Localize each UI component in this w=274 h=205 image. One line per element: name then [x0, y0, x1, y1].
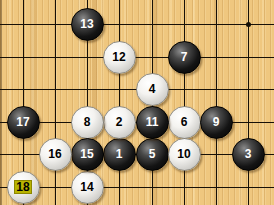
grid-vline-7: [216, 0, 217, 205]
stone-white-2[interactable]: 2: [103, 106, 136, 139]
hoshi-star-point-icon: [246, 22, 251, 27]
stone-number: 5: [149, 148, 156, 160]
grid-hline-2: [0, 57, 274, 58]
grid-vline-8: [248, 0, 249, 205]
stone-black-17[interactable]: 17: [7, 106, 40, 139]
stone-black-9[interactable]: 9: [200, 106, 233, 139]
grid-vline-6: [184, 0, 185, 205]
grid-hline-1: [0, 24, 274, 25]
grid-vline-2: [55, 0, 56, 205]
stone-black-5[interactable]: 5: [136, 138, 169, 171]
stone-number: 17: [16, 116, 29, 128]
stone-white-16[interactable]: 16: [39, 138, 72, 171]
stone-number: 8: [84, 116, 91, 128]
stone-black-7[interactable]: 7: [168, 41, 201, 74]
stone-number: 1: [116, 148, 123, 160]
stone-number: 12: [112, 51, 125, 63]
stone-white-18[interactable]: 18: [7, 171, 40, 204]
go-diagram: 123456789101112131415161718: [0, 0, 274, 205]
stone-number: 4: [149, 83, 156, 95]
stone-number: 14: [80, 181, 93, 193]
go-board[interactable]: 123456789101112131415161718: [0, 0, 274, 205]
stone-white-4[interactable]: 4: [136, 73, 169, 106]
stone-number: 7: [181, 51, 188, 63]
stone-number: 2: [116, 116, 123, 128]
stone-black-11[interactable]: 11: [136, 106, 169, 139]
stone-white-14[interactable]: 14: [71, 171, 104, 204]
stone-number: 9: [213, 116, 220, 128]
grid-vline-4: [119, 0, 120, 205]
grid-hline-6: [0, 187, 274, 188]
stone-white-8[interactable]: 8: [71, 106, 104, 139]
stone-black-3[interactable]: 3: [232, 138, 265, 171]
stone-number: 15: [80, 148, 93, 160]
stone-white-10[interactable]: 10: [168, 138, 201, 171]
stone-number: 13: [80, 18, 93, 30]
stone-number: 10: [177, 148, 190, 160]
stone-number: 3: [245, 148, 252, 160]
stone-black-15[interactable]: 15: [71, 138, 104, 171]
stone-number: 11: [146, 116, 159, 128]
stone-white-6[interactable]: 6: [168, 106, 201, 139]
stone-black-1[interactable]: 1: [103, 138, 136, 171]
stone-black-13[interactable]: 13: [71, 8, 104, 41]
stone-number: 6: [181, 116, 188, 128]
stone-number: 18: [14, 180, 31, 194]
stone-white-12[interactable]: 12: [103, 41, 136, 74]
stone-number: 16: [48, 148, 61, 160]
